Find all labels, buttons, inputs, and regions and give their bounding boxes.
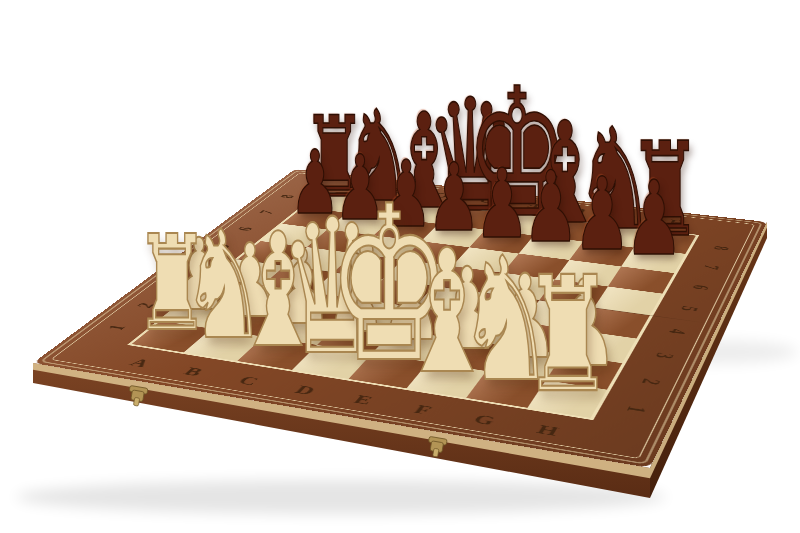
piece-white-rook-h1[interactable]: ♜ [521,260,613,411]
piece-dark-pawn-h7[interactable]: ♟ [624,171,684,269]
floor-shadow [16,480,666,514]
wooden-chess-set-photo: AABBCCDDEEFFGGHH1122334455667788 ♜♞♝♛♚♝♞… [0,0,800,533]
